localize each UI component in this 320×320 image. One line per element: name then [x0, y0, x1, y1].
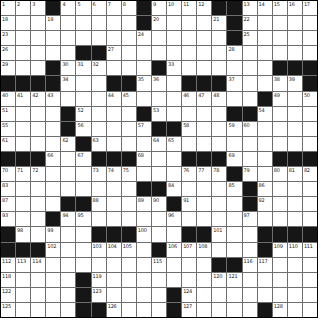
crossword-cell[interactable]	[122, 31, 136, 45]
crossword-cell[interactable]: 19	[46, 16, 60, 30]
crossword-cell[interactable]	[107, 122, 121, 136]
crossword-cell[interactable]	[122, 212, 136, 226]
crossword-cell[interactable]	[152, 92, 166, 106]
crossword-cell[interactable]	[107, 182, 121, 196]
crossword-cell[interactable]	[122, 137, 136, 151]
crossword-cell[interactable]	[16, 61, 30, 75]
crossword-cell[interactable]: 49	[273, 92, 287, 106]
crossword-cell[interactable]	[288, 182, 302, 196]
crossword-cell[interactable]: 22	[243, 16, 257, 30]
crossword-cell[interactable]: 105	[122, 243, 136, 257]
crossword-cell[interactable]	[227, 137, 241, 151]
crossword-cell[interactable]	[61, 16, 75, 30]
crossword-cell[interactable]	[16, 16, 30, 30]
crossword-cell[interactable]	[16, 46, 30, 60]
crossword-cell[interactable]: 104	[107, 243, 121, 257]
crossword-cell[interactable]: 106	[167, 243, 181, 257]
crossword-cell[interactable]: 40	[1, 92, 15, 106]
crossword-cell[interactable]	[107, 137, 121, 151]
crossword-cell[interactable]	[197, 258, 211, 272]
crossword-cell[interactable]: 80	[273, 167, 287, 181]
crossword-cell[interactable]	[152, 31, 166, 45]
crossword-cell[interactable]	[122, 288, 136, 302]
crossword-cell[interactable]	[107, 258, 121, 272]
crossword-cell[interactable]: 121	[227, 273, 241, 287]
crossword-cell[interactable]	[61, 273, 75, 287]
crossword-cell[interactable]	[167, 76, 181, 90]
crossword-cell[interactable]	[61, 227, 75, 241]
crossword-cell[interactable]	[258, 46, 272, 60]
crossword-cell[interactable]	[167, 107, 181, 121]
crossword-cell[interactable]	[182, 212, 196, 226]
crossword-cell[interactable]: 35	[137, 76, 151, 90]
crossword-cell[interactable]: 90	[152, 197, 166, 211]
crossword-cell[interactable]: 1	[1, 1, 15, 15]
crossword-cell[interactable]	[107, 288, 121, 302]
crossword-cell[interactable]	[76, 243, 90, 257]
crossword-cell[interactable]	[61, 167, 75, 181]
crossword-cell[interactable]	[16, 212, 30, 226]
crossword-cell[interactable]	[76, 92, 90, 106]
crossword-cell[interactable]	[303, 303, 317, 317]
crossword-cell[interactable]	[273, 122, 287, 136]
crossword-cell[interactable]: 127	[182, 303, 196, 317]
crossword-cell[interactable]	[258, 152, 272, 166]
crossword-cell[interactable]	[288, 197, 302, 211]
crossword-cell[interactable]: 109	[273, 243, 287, 257]
crossword-cell[interactable]: 53	[152, 107, 166, 121]
crossword-cell[interactable]: 61	[1, 137, 15, 151]
crossword-cell[interactable]: 46	[182, 92, 196, 106]
crossword-cell[interactable]: 103	[92, 243, 106, 257]
crossword-cell[interactable]	[137, 137, 151, 151]
crossword-cell[interactable]	[197, 137, 211, 151]
crossword-cell[interactable]	[152, 288, 166, 302]
crossword-cell[interactable]	[258, 273, 272, 287]
crossword-cell[interactable]	[197, 46, 211, 60]
crossword-cell[interactable]: 17	[303, 1, 317, 15]
crossword-cell[interactable]	[31, 273, 45, 287]
crossword-cell[interactable]: 27	[107, 46, 121, 60]
crossword-cell[interactable]: 30	[61, 61, 75, 75]
crossword-cell[interactable]: 51	[1, 107, 15, 121]
crossword-cell[interactable]: 84	[167, 182, 181, 196]
crossword-cell[interactable]	[273, 107, 287, 121]
crossword-cell[interactable]	[303, 46, 317, 60]
crossword-cell[interactable]	[76, 258, 90, 272]
crossword-cell[interactable]: 79	[243, 167, 257, 181]
crossword-cell[interactable]	[243, 152, 257, 166]
crossword-cell[interactable]	[182, 137, 196, 151]
crossword-cell[interactable]	[107, 31, 121, 45]
crossword-cell[interactable]: 117	[258, 258, 272, 272]
crossword-cell[interactable]	[16, 288, 30, 302]
crossword-cell[interactable]	[46, 258, 60, 272]
crossword-cell[interactable]	[212, 31, 226, 45]
crossword-cell[interactable]	[197, 182, 211, 196]
crossword-cell[interactable]	[243, 92, 257, 106]
crossword-cell[interactable]	[303, 16, 317, 30]
crossword-cell[interactable]: 60	[243, 122, 257, 136]
crossword-cell[interactable]	[212, 107, 226, 121]
crossword-cell[interactable]: 4	[61, 1, 75, 15]
crossword-cell[interactable]	[243, 303, 257, 317]
crossword-cell[interactable]	[243, 137, 257, 151]
crossword-cell[interactable]: 37	[227, 76, 241, 90]
crossword-cell[interactable]: 107	[182, 243, 196, 257]
crossword-cell[interactable]	[167, 46, 181, 60]
crossword-cell[interactable]: 56	[76, 122, 90, 136]
crossword-cell[interactable]	[46, 288, 60, 302]
crossword-cell[interactable]	[243, 288, 257, 302]
crossword-cell[interactable]	[197, 31, 211, 45]
crossword-cell[interactable]: 55	[1, 122, 15, 136]
crossword-cell[interactable]	[227, 303, 241, 317]
crossword-cell[interactable]	[137, 46, 151, 60]
crossword-cell[interactable]	[16, 122, 30, 136]
crossword-cell[interactable]: 70	[1, 167, 15, 181]
crossword-cell[interactable]: 41	[16, 92, 30, 106]
crossword-cell[interactable]	[243, 243, 257, 257]
crossword-cell[interactable]: 58	[182, 122, 196, 136]
crossword-cell[interactable]: 99	[46, 227, 60, 241]
crossword-cell[interactable]: 95	[76, 212, 90, 226]
crossword-cell[interactable]: 23	[1, 31, 15, 45]
crossword-cell[interactable]	[31, 61, 45, 75]
crossword-cell[interactable]	[31, 16, 45, 30]
crossword-cell[interactable]	[258, 167, 272, 181]
crossword-cell[interactable]: 73	[92, 167, 106, 181]
crossword-cell[interactable]	[31, 288, 45, 302]
crossword-cell[interactable]: 72	[31, 167, 45, 181]
crossword-cell[interactable]: 9	[152, 1, 166, 15]
crossword-cell[interactable]	[258, 212, 272, 226]
crossword-cell[interactable]: 47	[197, 92, 211, 106]
crossword-cell[interactable]: 71	[16, 167, 30, 181]
crossword-cell[interactable]: 126	[107, 303, 121, 317]
crossword-cell[interactable]	[212, 182, 226, 196]
crossword-cell[interactable]	[31, 122, 45, 136]
crossword-cell[interactable]: 97	[243, 212, 257, 226]
crossword-cell[interactable]: 6	[92, 1, 106, 15]
crossword-cell[interactable]: 89	[137, 197, 151, 211]
crossword-cell[interactable]: 96	[167, 212, 181, 226]
crossword-cell[interactable]: 68	[137, 152, 151, 166]
crossword-cell[interactable]	[107, 61, 121, 75]
crossword-cell[interactable]	[258, 31, 272, 45]
crossword-cell[interactable]: 65	[167, 137, 181, 151]
crossword-cell[interactable]	[303, 258, 317, 272]
crossword-cell[interactable]	[197, 197, 211, 211]
crossword-cell[interactable]: 85	[227, 182, 241, 196]
crossword-cell[interactable]	[273, 273, 287, 287]
crossword-cell[interactable]	[137, 258, 151, 272]
crossword-cell[interactable]	[273, 16, 287, 30]
crossword-cell[interactable]	[92, 212, 106, 226]
crossword-cell[interactable]: 119	[92, 273, 106, 287]
crossword-cell[interactable]	[152, 212, 166, 226]
crossword-cell[interactable]	[122, 197, 136, 211]
crossword-cell[interactable]	[31, 46, 45, 60]
crossword-cell[interactable]	[182, 273, 196, 287]
crossword-cell[interactable]	[31, 197, 45, 211]
crossword-cell[interactable]: 111	[303, 243, 317, 257]
crossword-cell[interactable]: 110	[288, 243, 302, 257]
crossword-cell[interactable]: 42	[31, 92, 45, 106]
crossword-cell[interactable]	[46, 122, 60, 136]
crossword-cell[interactable]	[61, 46, 75, 60]
crossword-cell[interactable]	[303, 273, 317, 287]
crossword-cell[interactable]	[46, 167, 60, 181]
crossword-cell[interactable]	[182, 31, 196, 45]
crossword-cell[interactable]: 92	[258, 197, 272, 211]
crossword-cell[interactable]: 88	[92, 197, 106, 211]
crossword-cell[interactable]: 32	[92, 61, 106, 75]
crossword-cell[interactable]	[227, 197, 241, 211]
crossword-cell[interactable]	[152, 227, 166, 241]
crossword-cell[interactable]	[152, 273, 166, 287]
crossword-cell[interactable]: 86	[258, 182, 272, 196]
crossword-cell[interactable]	[92, 76, 106, 90]
crossword-cell[interactable]	[258, 122, 272, 136]
crossword-cell[interactable]	[46, 137, 60, 151]
crossword-cell[interactable]	[76, 76, 90, 90]
crossword-cell[interactable]	[258, 137, 272, 151]
crossword-cell[interactable]	[61, 288, 75, 302]
crossword-cell[interactable]: 82	[303, 167, 317, 181]
crossword-cell[interactable]	[258, 16, 272, 30]
crossword-cell[interactable]: 116	[243, 258, 257, 272]
crossword-cell[interactable]	[197, 16, 211, 30]
crossword-cell[interactable]	[288, 122, 302, 136]
crossword-cell[interactable]	[167, 31, 181, 45]
crossword-cell[interactable]	[273, 212, 287, 226]
crossword-cell[interactable]: 12	[197, 1, 211, 15]
crossword-cell[interactable]	[288, 46, 302, 60]
crossword-cell[interactable]: 33	[167, 61, 181, 75]
crossword-cell[interactable]	[16, 107, 30, 121]
crossword-cell[interactable]: 98	[16, 227, 30, 241]
crossword-cell[interactable]: 34	[61, 76, 75, 90]
crossword-cell[interactable]: 57	[137, 122, 151, 136]
crossword-cell[interactable]	[182, 16, 196, 30]
crossword-cell[interactable]: 120	[212, 273, 226, 287]
crossword-cell[interactable]: 24	[137, 31, 151, 45]
crossword-cell[interactable]	[288, 303, 302, 317]
crossword-cell[interactable]	[167, 16, 181, 30]
crossword-cell[interactable]	[61, 182, 75, 196]
crossword-cell[interactable]	[212, 288, 226, 302]
crossword-cell[interactable]	[167, 273, 181, 287]
crossword-cell[interactable]: 101	[212, 227, 226, 241]
crossword-cell[interactable]	[61, 31, 75, 45]
crossword-cell[interactable]: 63	[92, 137, 106, 151]
crossword-cell[interactable]	[137, 61, 151, 75]
crossword-cell[interactable]: 45	[122, 92, 136, 106]
crossword-cell[interactable]: 18	[1, 16, 15, 30]
crossword-cell[interactable]: 113	[16, 258, 30, 272]
crossword-cell[interactable]	[273, 197, 287, 211]
crossword-cell[interactable]	[243, 227, 257, 241]
crossword-cell[interactable]	[212, 212, 226, 226]
crossword-cell[interactable]	[197, 61, 211, 75]
crossword-cell[interactable]	[288, 31, 302, 45]
crossword-cell[interactable]: 44	[107, 92, 121, 106]
crossword-cell[interactable]	[182, 182, 196, 196]
crossword-cell[interactable]	[137, 212, 151, 226]
crossword-cell[interactable]: 66	[46, 152, 60, 166]
crossword-cell[interactable]	[303, 122, 317, 136]
crossword-cell[interactable]	[46, 107, 60, 121]
crossword-cell[interactable]: 122	[1, 288, 15, 302]
crossword-cell[interactable]	[197, 122, 211, 136]
crossword-cell[interactable]	[197, 303, 211, 317]
crossword-cell[interactable]: 93	[1, 212, 15, 226]
crossword-cell[interactable]	[212, 137, 226, 151]
crossword-cell[interactable]: 77	[197, 167, 211, 181]
crossword-cell[interactable]	[76, 31, 90, 45]
crossword-cell[interactable]: 31	[76, 61, 90, 75]
crossword-cell[interactable]	[243, 76, 257, 90]
crossword-cell[interactable]	[182, 46, 196, 60]
crossword-cell[interactable]	[303, 288, 317, 302]
crossword-cell[interactable]	[92, 107, 106, 121]
crossword-cell[interactable]	[61, 303, 75, 317]
crossword-cell[interactable]	[122, 61, 136, 75]
crossword-cell[interactable]	[273, 288, 287, 302]
crossword-cell[interactable]	[122, 182, 136, 196]
crossword-cell[interactable]: 38	[273, 76, 287, 90]
crossword-cell[interactable]: 81	[288, 167, 302, 181]
crossword-cell[interactable]	[46, 273, 60, 287]
crossword-cell[interactable]	[182, 258, 196, 272]
crossword-cell[interactable]	[16, 273, 30, 287]
crossword-cell[interactable]	[197, 288, 211, 302]
crossword-cell[interactable]	[16, 31, 30, 45]
crossword-cell[interactable]	[288, 107, 302, 121]
crossword-cell[interactable]	[107, 273, 121, 287]
crossword-cell[interactable]	[137, 167, 151, 181]
crossword-cell[interactable]	[61, 258, 75, 272]
crossword-cell[interactable]	[303, 137, 317, 151]
crossword-cell[interactable]	[16, 182, 30, 196]
crossword-cell[interactable]: 21	[212, 16, 226, 30]
crossword-cell[interactable]: 25	[243, 31, 257, 45]
crossword-cell[interactable]: 16	[288, 1, 302, 15]
crossword-cell[interactable]: 13	[243, 1, 257, 15]
crossword-cell[interactable]: 28	[227, 46, 241, 60]
crossword-cell[interactable]	[227, 227, 241, 241]
crossword-cell[interactable]	[76, 167, 90, 181]
crossword-cell[interactable]: 36	[152, 76, 166, 90]
crossword-cell[interactable]: 39	[288, 76, 302, 90]
crossword-cell[interactable]	[273, 258, 287, 272]
crossword-cell[interactable]: 114	[31, 258, 45, 272]
crossword-cell[interactable]	[258, 288, 272, 302]
crossword-cell[interactable]	[167, 227, 181, 241]
crossword-cell[interactable]	[273, 182, 287, 196]
crossword-cell[interactable]	[137, 92, 151, 106]
crossword-cell[interactable]: 112	[1, 258, 15, 272]
crossword-cell[interactable]	[197, 107, 211, 121]
crossword-cell[interactable]	[152, 46, 166, 60]
crossword-cell[interactable]	[107, 212, 121, 226]
crossword-cell[interactable]	[31, 107, 45, 121]
crossword-cell[interactable]	[107, 107, 121, 121]
crossword-cell[interactable]	[76, 16, 90, 30]
crossword-cell[interactable]	[227, 61, 241, 75]
crossword-cell[interactable]	[167, 167, 181, 181]
crossword-cell[interactable]	[212, 243, 226, 257]
crossword-cell[interactable]	[61, 92, 75, 106]
crossword-cell[interactable]	[167, 258, 181, 272]
crossword-cell[interactable]	[227, 212, 241, 226]
crossword-cell[interactable]	[92, 122, 106, 136]
crossword-cell[interactable]	[122, 107, 136, 121]
crossword-cell[interactable]	[46, 303, 60, 317]
crossword-cell[interactable]	[31, 303, 45, 317]
crossword-cell[interactable]	[92, 16, 106, 30]
crossword-cell[interactable]: 52	[76, 107, 90, 121]
crossword-cell[interactable]	[227, 288, 241, 302]
crossword-cell[interactable]: 83	[1, 182, 15, 196]
crossword-cell[interactable]: 67	[76, 152, 90, 166]
crossword-cell[interactable]: 123	[92, 288, 106, 302]
crossword-cell[interactable]	[288, 16, 302, 30]
crossword-cell[interactable]	[258, 61, 272, 75]
crossword-cell[interactable]: 115	[152, 258, 166, 272]
crossword-cell[interactable]	[92, 92, 106, 106]
crossword-cell[interactable]	[303, 197, 317, 211]
crossword-cell[interactable]: 128	[273, 303, 287, 317]
crossword-cell[interactable]: 62	[61, 137, 75, 151]
crossword-cell[interactable]	[167, 152, 181, 166]
crossword-cell[interactable]: 78	[212, 167, 226, 181]
crossword-cell[interactable]: 59	[227, 122, 241, 136]
crossword-cell[interactable]	[46, 31, 60, 45]
crossword-cell[interactable]	[122, 16, 136, 30]
crossword-cell[interactable]	[273, 137, 287, 151]
crossword-cell[interactable]: 76	[182, 167, 196, 181]
crossword-cell[interactable]	[137, 273, 151, 287]
crossword-cell[interactable]: 94	[61, 212, 75, 226]
crossword-cell[interactable]	[212, 61, 226, 75]
crossword-cell[interactable]: 108	[197, 243, 211, 257]
crossword-cell[interactable]: 118	[1, 273, 15, 287]
crossword-cell[interactable]: 5	[76, 1, 90, 15]
crossword-cell[interactable]: 8	[122, 1, 136, 15]
crossword-cell[interactable]	[273, 31, 287, 45]
crossword-cell[interactable]	[61, 152, 75, 166]
crossword-cell[interactable]	[61, 243, 75, 257]
crossword-cell[interactable]	[288, 273, 302, 287]
crossword-cell[interactable]	[92, 182, 106, 196]
crossword-cell[interactable]	[303, 31, 317, 45]
crossword-cell[interactable]	[182, 61, 196, 75]
crossword-cell[interactable]: 48	[212, 92, 226, 106]
crossword-cell[interactable]: 124	[182, 288, 196, 302]
crossword-cell[interactable]	[107, 16, 121, 30]
crossword-cell[interactable]: 26	[1, 46, 15, 60]
crossword-cell[interactable]: 75	[122, 167, 136, 181]
crossword-cell[interactable]: 2	[16, 1, 30, 15]
crossword-cell[interactable]	[16, 197, 30, 211]
crossword-cell[interactable]	[288, 212, 302, 226]
crossword-cell[interactable]: 102	[46, 243, 60, 257]
crossword-cell[interactable]	[92, 258, 106, 272]
crossword-cell[interactable]	[212, 46, 226, 60]
crossword-cell[interactable]	[31, 31, 45, 45]
